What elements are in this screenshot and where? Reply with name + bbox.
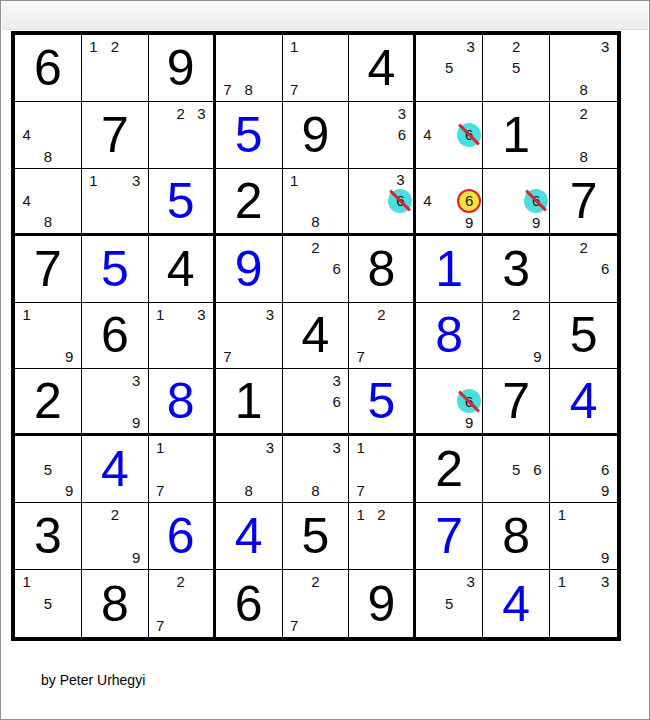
candidate-slot-5: 5 [37, 459, 58, 480]
cell-r6c2[interactable]: 39 [82, 369, 149, 436]
candidate-slot-4 [350, 459, 371, 480]
cell-r5c2[interactable]: 6 [82, 303, 149, 370]
candidate-slot-2: 2 [305, 571, 326, 593]
candidate-slot-6: 6 [326, 258, 347, 279]
solved-value: 5 [367, 376, 395, 426]
candidate-slot-9 [259, 79, 280, 100]
candidate-slot-7 [83, 547, 104, 568]
candidate-slot-3 [457, 170, 481, 189]
candidate-slot-6 [259, 325, 280, 346]
candidate-slot-7 [551, 279, 573, 300]
cell-r1c1[interactable]: 6 [15, 35, 82, 102]
candidate-slot-7 [150, 346, 171, 367]
candidate-slot-5 [305, 391, 326, 412]
candidate-slot-2 [238, 36, 259, 57]
candidate-slot-5 [573, 124, 595, 145]
cell-r8c2[interactable]: 29 [82, 503, 149, 570]
candidate-slot-4 [350, 526, 371, 547]
candidate-slot-2 [170, 437, 191, 458]
given-value: 6 [101, 310, 129, 360]
cell-r8c6[interactable]: 12 [349, 503, 416, 570]
cell-r1c4[interactable]: 78 [216, 35, 283, 102]
cell-r8c7[interactable]: 7 [416, 503, 483, 570]
candidate-slot-5 [437, 389, 457, 413]
candidate-slot-6 [191, 124, 212, 145]
candidate-slot-9: 9 [125, 412, 146, 433]
candidate-slot-6 [594, 124, 616, 145]
given-value: 8 [101, 579, 129, 629]
candidate-slot-7 [417, 614, 438, 636]
candidate-slot-9 [259, 346, 280, 367]
cell-r2c6[interactable]: 36 [349, 102, 416, 169]
cell-r8c5[interactable]: 5 [283, 503, 350, 570]
cell-r4c5[interactable]: 26 [283, 236, 350, 303]
candidate-6: 6 [398, 127, 406, 142]
candidate-slot-8 [37, 614, 58, 636]
cell-r4c1[interactable]: 7 [15, 236, 82, 303]
candidate-slot-1 [284, 571, 305, 593]
cell-r8c9[interactable]: 19 [550, 503, 617, 570]
cell-r5c6[interactable]: 27 [349, 303, 416, 370]
candidate-slot-4 [551, 57, 573, 78]
cell-r5c1[interactable]: 19 [15, 303, 82, 370]
candidate-slot-9 [125, 79, 146, 100]
candidate-slot-3 [326, 237, 347, 258]
cell-r9c9[interactable]: 13 [550, 570, 617, 637]
candidate-slot-3 [594, 103, 616, 124]
candidate-slot-6 [392, 526, 413, 547]
solved-value: 8 [435, 310, 463, 360]
candidate-3: 3 [466, 574, 474, 589]
candidate-5: 5 [44, 462, 52, 477]
solved-value: 7 [435, 511, 463, 561]
given-value: 8 [367, 244, 395, 294]
candidate-5: 5 [512, 462, 520, 477]
candidate-7: 7 [156, 483, 164, 498]
cell-r6c3[interactable]: 8 [149, 369, 216, 436]
candidate-slot-2: 2 [371, 304, 392, 325]
cell-r6c5[interactable]: 36 [283, 369, 350, 436]
candidate-slot-4 [83, 391, 104, 412]
candidate-slot-6: 6 [594, 258, 616, 279]
candidate-slot-2 [37, 103, 58, 124]
candidate-2: 2 [377, 507, 385, 522]
candidate-slot-5 [371, 124, 392, 145]
given-value: 9 [167, 43, 195, 93]
candidate-slot-4 [16, 459, 37, 480]
candidate-slot-9 [594, 145, 616, 166]
candidate-slot-8 [170, 346, 191, 367]
candidate-slot-6: 6 [388, 189, 412, 213]
candidate-slot-9 [460, 614, 481, 636]
candidate-5: 5 [445, 596, 453, 611]
candidate-slot-4 [551, 459, 573, 480]
cell-r6c4[interactable]: 1 [216, 369, 283, 436]
cell-r7c5[interactable]: 38 [283, 436, 350, 503]
candidate-slot-1 [484, 170, 504, 189]
candidate-slot-6 [326, 459, 347, 480]
candidate-slot-1 [551, 237, 573, 258]
candidate-grid: 78 [217, 36, 281, 100]
candidate-slot-7 [284, 211, 305, 232]
cell-r6c8[interactable]: 7 [483, 369, 550, 436]
candidate-slot-2 [238, 437, 259, 458]
solved-value: 4 [235, 511, 263, 561]
cell-r7c2[interactable]: 4 [82, 436, 149, 503]
candidate-slot-5 [170, 593, 191, 615]
cell-r3c9[interactable]: 7 [550, 169, 617, 236]
cell-r1c7[interactable]: 35 [416, 35, 483, 102]
cell-r2c7[interactable]: 46 [416, 102, 483, 169]
cell-r6c1[interactable]: 2 [15, 369, 82, 436]
candidate-slot-3 [125, 36, 146, 57]
candidate-slot-5 [573, 526, 595, 547]
candidate-slot-9 [326, 412, 347, 433]
cell-r3c6[interactable]: 36 [349, 169, 416, 236]
candidate-9: 9 [65, 349, 73, 364]
candidate-slot-2 [439, 36, 460, 57]
candidate-slot-1 [217, 304, 238, 325]
candidate-slot-7 [284, 279, 305, 300]
candidate-slot-9 [259, 480, 280, 501]
candidate-slot-6 [326, 57, 347, 78]
solved-value: 4 [502, 579, 530, 629]
candidate-slot-4 [350, 325, 371, 346]
cell-r5c7[interactable]: 8 [416, 303, 483, 370]
candidate-slot-1 [217, 36, 238, 57]
candidate-slot-6 [594, 593, 616, 615]
cell-r5c9[interactable]: 5 [550, 303, 617, 370]
candidate-slot-2 [37, 571, 58, 593]
cell-r1c6[interactable]: 4 [349, 35, 416, 102]
candidate-slot-2 [439, 571, 460, 593]
candidate-2: 2 [177, 574, 185, 589]
candidate-3: 3 [197, 106, 205, 121]
candidate-6: 6 [533, 462, 541, 477]
candidate-2: 2 [111, 39, 119, 54]
candidate-grid: 38 [284, 437, 348, 501]
candidate-slot-1 [417, 36, 438, 57]
cell-r6c9[interactable]: 4 [550, 369, 617, 436]
cell-r1c2[interactable]: 12 [82, 35, 149, 102]
candidate-slot-3: 3 [460, 571, 481, 593]
cell-r4c3[interactable]: 4 [149, 236, 216, 303]
cell-r9c4[interactable]: 6 [216, 570, 283, 637]
candidate-slot-3: 3 [125, 370, 146, 391]
candidate-slot-7: 7 [350, 480, 371, 501]
candidate-slot-9: 9 [594, 547, 616, 568]
cell-r2c8[interactable]: 1 [483, 102, 550, 169]
candidate-4: 4 [423, 127, 431, 142]
candidate-slot-8: 8 [573, 145, 595, 166]
candidate-slot-9 [392, 547, 413, 568]
cell-r9c6[interactable]: 9 [349, 570, 416, 637]
candidate-slot-6 [527, 325, 548, 346]
sudoku-board: 6129781743525384872359364612848135218364… [11, 31, 621, 641]
candidate-slot-7 [551, 547, 573, 568]
cell-r3c8[interactable]: 69 [483, 169, 550, 236]
cell-r1c5[interactable]: 17 [283, 35, 350, 102]
candidate-slot-8 [506, 79, 527, 100]
candidate-grid: 19 [16, 304, 80, 368]
candidate-1: 1 [22, 307, 30, 322]
candidate-slot-2: 2 [170, 103, 191, 124]
cell-r4c9[interactable]: 26 [550, 236, 617, 303]
cell-r4c4[interactable]: 9 [216, 236, 283, 303]
solved-value: 4 [570, 376, 598, 426]
candidate-grid: 12 [83, 36, 147, 100]
candidate-slot-1 [551, 437, 573, 458]
cell-r3c7[interactable]: 469 [416, 169, 483, 236]
candidate-slot-8 [37, 346, 58, 367]
candidate-slot-7: 7 [284, 614, 305, 636]
candidate-slot-8 [506, 480, 527, 501]
candidate-grid: 17 [284, 36, 348, 100]
candidate-slot-1 [284, 370, 305, 391]
candidate-grid: 39 [83, 370, 147, 432]
candidate-slot-3: 3 [594, 36, 616, 57]
cell-r6c6[interactable]: 5 [349, 369, 416, 436]
candidate-slot-3: 3 [388, 170, 412, 189]
candidate-slot-9 [326, 279, 347, 300]
candidate-slot-6: 6 [524, 189, 548, 213]
candidate-5: 5 [512, 60, 520, 75]
candidate-7: 7 [156, 618, 164, 633]
cell-r1c8[interactable]: 25 [483, 35, 550, 102]
app-window: 6129781743525384872359364612848135218364… [0, 0, 650, 720]
candidate-6: 6 [465, 394, 473, 409]
candidate-slot-7 [417, 79, 438, 100]
cell-r7c9[interactable]: 69 [550, 436, 617, 503]
cell-r8c8[interactable]: 8 [483, 503, 550, 570]
candidate-slot-4 [417, 593, 438, 615]
candidate-slot-4 [83, 190, 104, 211]
candidate-grid: 35 [417, 36, 481, 100]
candidate-grid: 26 [284, 237, 348, 301]
solved-value: 9 [235, 244, 263, 294]
cell-r1c9[interactable]: 38 [550, 35, 617, 102]
candidate-6: 6 [601, 261, 609, 276]
given-value: 5 [302, 511, 330, 561]
cell-r5c4[interactable]: 37 [216, 303, 283, 370]
candidate-slot-3: 3 [326, 437, 347, 458]
candidate-grid: 69 [417, 370, 481, 432]
cell-r9c2[interactable]: 8 [82, 570, 149, 637]
cell-r4c2[interactable]: 5 [82, 236, 149, 303]
cell-r7c7[interactable]: 2 [416, 436, 483, 503]
candidate-grid: 27 [350, 304, 412, 368]
candidate-slot-3: 3 [392, 103, 413, 124]
candidate-2: 2 [311, 574, 319, 589]
candidate-slot-1: 1 [16, 571, 37, 593]
candidate-slot-2 [104, 370, 125, 391]
cell-r5c3[interactable]: 13 [149, 303, 216, 370]
candidate-slot-2 [573, 36, 595, 57]
candidate-slot-5 [371, 325, 392, 346]
candidate-9: 9 [132, 415, 140, 430]
candidate-slot-5 [170, 459, 191, 480]
cell-r2c1[interactable]: 48 [15, 102, 82, 169]
candidate-3: 3 [266, 307, 274, 322]
candidate-6: 6 [333, 261, 341, 276]
candidate-grid: 13 [83, 170, 147, 232]
candidate-slot-5 [305, 57, 326, 78]
candidate-slot-9: 9 [457, 413, 481, 432]
candidate-4: 4 [423, 193, 431, 208]
cell-r4c6[interactable]: 8 [349, 236, 416, 303]
candidate-slot-5 [437, 123, 457, 147]
candidate-slot-3 [527, 304, 548, 325]
candidate-slot-2: 2 [573, 237, 595, 258]
candidate-1: 1 [357, 507, 365, 522]
candidate-1: 1 [558, 507, 566, 522]
candidate-1: 1 [22, 574, 30, 589]
candidate-slot-8: 8 [238, 480, 259, 501]
candidate-slot-2 [573, 571, 595, 593]
given-value: 5 [570, 310, 598, 360]
candidate-5: 5 [44, 596, 52, 611]
given-value: 1 [235, 376, 263, 426]
candidate-slot-1 [484, 437, 505, 458]
candidate-3: 3 [601, 574, 609, 589]
candidate-slot-4 [16, 593, 37, 615]
candidate-1: 1 [357, 440, 365, 455]
candidate-slot-8: 8 [37, 211, 58, 232]
cell-r3c1[interactable]: 48 [15, 169, 82, 236]
candidate-slot-5 [104, 57, 125, 78]
candidate-slot-9: 9 [59, 480, 80, 501]
candidate-slot-5 [437, 189, 457, 213]
candidate-slot-2 [37, 304, 58, 325]
candidate-slot-7 [350, 547, 371, 568]
candidate-grid: 17 [350, 437, 412, 501]
candidate-1: 1 [290, 173, 298, 188]
candidate-slot-6 [259, 57, 280, 78]
candidate-slot-5 [573, 459, 595, 480]
cell-r4c8[interactable]: 3 [483, 236, 550, 303]
candidate-slot-8 [439, 79, 460, 100]
cell-r8c3[interactable]: 6 [149, 503, 216, 570]
candidate-8: 8 [579, 82, 587, 97]
cell-r2c5[interactable]: 9 [283, 102, 350, 169]
candidate-slot-3 [527, 437, 548, 458]
cell-r9c8[interactable]: 4 [483, 570, 550, 637]
candidate-slot-3 [326, 170, 347, 191]
cell-r2c3[interactable]: 23 [149, 102, 216, 169]
candidate-slot-7 [350, 145, 371, 166]
candidate-slot-1 [551, 103, 573, 124]
given-value: 9 [367, 579, 395, 629]
candidate-slot-8 [170, 145, 191, 166]
candidate-slot-3: 3 [259, 437, 280, 458]
cell-r2c9[interactable]: 28 [550, 102, 617, 169]
candidate-slot-9: 9 [125, 547, 146, 568]
candidate-slot-8 [504, 213, 524, 232]
cell-r5c5[interactable]: 4 [283, 303, 350, 370]
candidate-2: 2 [377, 307, 385, 322]
candidate-slot-5 [573, 593, 595, 615]
candidate-grid: 38 [217, 437, 281, 501]
candidate-slot-2 [37, 170, 58, 191]
candidate-slot-3 [392, 504, 413, 525]
cell-r3c4[interactable]: 2 [216, 169, 283, 236]
candidate-slot-3 [191, 571, 212, 593]
candidate-slot-1 [484, 304, 505, 325]
candidate-slot-9 [59, 211, 80, 232]
candidate-slot-8 [104, 79, 125, 100]
cell-r3c3[interactable]: 5 [149, 169, 216, 236]
cell-r7c6[interactable]: 17 [349, 436, 416, 503]
candidate-slot-7 [350, 213, 369, 232]
solved-value: 5 [101, 244, 129, 294]
cell-r9c7[interactable]: 35 [416, 570, 483, 637]
given-value: 6 [34, 43, 62, 93]
candidate-1: 1 [156, 440, 164, 455]
cell-r8c4[interactable]: 4 [216, 503, 283, 570]
candidate-slot-3 [191, 437, 212, 458]
eliminated-candidate-highlight: 6 [388, 189, 412, 213]
cell-r7c1[interactable]: 59 [15, 436, 82, 503]
candidate-slot-7: 7 [217, 79, 238, 100]
cell-r7c8[interactable]: 56 [483, 436, 550, 503]
cell-r7c3[interactable]: 17 [149, 436, 216, 503]
cell-r1c3[interactable]: 9 [149, 35, 216, 102]
candidate-slot-6: 6 [326, 391, 347, 412]
candidate-slot-2: 2 [104, 36, 125, 57]
cell-r3c2[interactable]: 13 [82, 169, 149, 236]
candidate-slot-6 [460, 57, 481, 78]
cell-r2c2[interactable]: 7 [82, 102, 149, 169]
candidate-slot-5: 5 [506, 459, 527, 480]
candidate-slot-1 [150, 103, 171, 124]
candidate-slot-2 [573, 504, 595, 525]
candidate-slot-8 [170, 480, 191, 501]
candidate-grid: 25 [484, 36, 548, 100]
candidate-slot-3 [59, 437, 80, 458]
cell-r5c8[interactable]: 29 [483, 303, 550, 370]
candidate-slot-4: 4 [16, 190, 37, 211]
candidate-3: 3 [132, 373, 140, 388]
candidate-slot-1: 1 [83, 170, 104, 191]
cell-r3c5[interactable]: 18 [283, 169, 350, 236]
given-value: 4 [302, 310, 330, 360]
candidate-slot-7 [551, 480, 573, 501]
candidate-slot-4 [150, 459, 171, 480]
cell-r7c4[interactable]: 38 [216, 436, 283, 503]
candidate-slot-5 [369, 189, 388, 213]
cell-r9c5[interactable]: 27 [283, 570, 350, 637]
candidate-slot-2 [305, 36, 326, 57]
candidate-slot-8 [104, 211, 125, 232]
candidate-slot-1 [484, 36, 505, 57]
candidate-slot-8 [305, 79, 326, 100]
cell-r2c4[interactable]: 5 [216, 102, 283, 169]
candidate-slot-3 [594, 437, 616, 458]
candidate-slot-4 [83, 57, 104, 78]
cell-r4c7[interactable]: 1 [416, 236, 483, 303]
candidate-1: 1 [290, 39, 298, 54]
cell-r6c7[interactable]: 69 [416, 369, 483, 436]
candidate-slot-9 [59, 614, 80, 636]
candidate-slot-9 [125, 211, 146, 232]
cell-r9c3[interactable]: 27 [149, 570, 216, 637]
candidate-slot-8: 8 [573, 79, 595, 100]
candidate-slot-7 [284, 480, 305, 501]
candidate-8: 8 [44, 214, 52, 229]
cell-r8c1[interactable]: 3 [15, 503, 82, 570]
candidate-grid: 13 [551, 571, 616, 636]
cell-r9c1[interactable]: 15 [15, 570, 82, 637]
